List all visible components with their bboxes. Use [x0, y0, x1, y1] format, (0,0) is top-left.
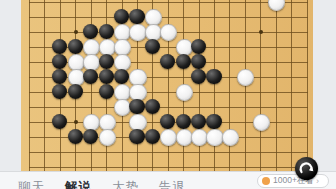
- grid-line: [199, 0, 200, 175]
- grid-line: [29, 167, 308, 168]
- white-stone: [160, 129, 177, 146]
- star-point: [74, 30, 78, 34]
- black-stone: [191, 114, 206, 129]
- grid-line: [29, 107, 308, 108]
- black-stone: [160, 114, 175, 129]
- star-point: [74, 120, 78, 124]
- black-stone: [129, 9, 144, 24]
- black-stone: [191, 39, 206, 54]
- black-stone-turn-icon: [295, 157, 318, 180]
- star-point: [259, 30, 263, 34]
- grid-line: [260, 0, 261, 175]
- white-stone: [222, 129, 239, 146]
- grid-line: [229, 0, 230, 175]
- white-stone: [237, 69, 254, 86]
- grid-line: [29, 0, 30, 175]
- viewers-pill[interactable]: 1000+在看 ›: [257, 174, 329, 188]
- black-stone: [176, 54, 191, 69]
- go-board[interactable]: [21, 0, 313, 175]
- black-stone: [160, 54, 175, 69]
- white-stone: [129, 24, 146, 41]
- white-stone: [99, 129, 116, 146]
- black-stone: [191, 69, 206, 84]
- black-stone: [129, 99, 144, 114]
- grid-line: [245, 0, 246, 175]
- black-stone: [83, 69, 98, 84]
- white-stone: [253, 114, 270, 131]
- black-stone: [114, 9, 129, 24]
- black-stone: [83, 129, 98, 144]
- black-stone: [176, 114, 191, 129]
- black-stone: [129, 129, 144, 144]
- black-stone: [191, 54, 206, 69]
- white-stone: [160, 24, 177, 41]
- black-stone: [52, 114, 67, 129]
- grid-line: [29, 17, 308, 18]
- black-stone: [52, 54, 67, 69]
- tab-2[interactable]: 解说: [65, 177, 92, 189]
- black-stone: [99, 84, 114, 99]
- black-stone: [99, 54, 114, 69]
- black-stone: [99, 24, 114, 39]
- grid-line: [276, 0, 277, 175]
- black-stone: [68, 84, 83, 99]
- tab-3[interactable]: 大势: [112, 177, 139, 189]
- black-stone: [206, 69, 221, 84]
- black-stone: [145, 39, 160, 54]
- tab-4[interactable]: 告退: [159, 177, 186, 189]
- black-stone: [83, 24, 98, 39]
- white-arrow-icon: [295, 157, 318, 180]
- black-stone: [114, 69, 129, 84]
- black-stone: [206, 114, 221, 129]
- black-stone: [99, 69, 114, 84]
- black-stone: [68, 129, 83, 144]
- viewers-icon: [262, 177, 270, 185]
- grid-line: [291, 0, 292, 175]
- grid-line: [214, 0, 215, 175]
- black-stone: [145, 129, 160, 144]
- grid-line: [29, 152, 308, 153]
- grid-line: [29, 2, 308, 3]
- black-stone: [52, 84, 67, 99]
- black-stone: [68, 39, 83, 54]
- tab-1[interactable]: 聊天: [18, 177, 45, 189]
- black-stone: [145, 99, 160, 114]
- app-screen: 聊天解说大势告退 1000+在看 ›: [0, 0, 336, 189]
- white-stone: [268, 0, 285, 11]
- white-stone: [176, 84, 193, 101]
- black-stone: [52, 39, 67, 54]
- grid-line: [44, 0, 45, 175]
- black-stone: [52, 69, 67, 84]
- grid-line: [307, 0, 308, 175]
